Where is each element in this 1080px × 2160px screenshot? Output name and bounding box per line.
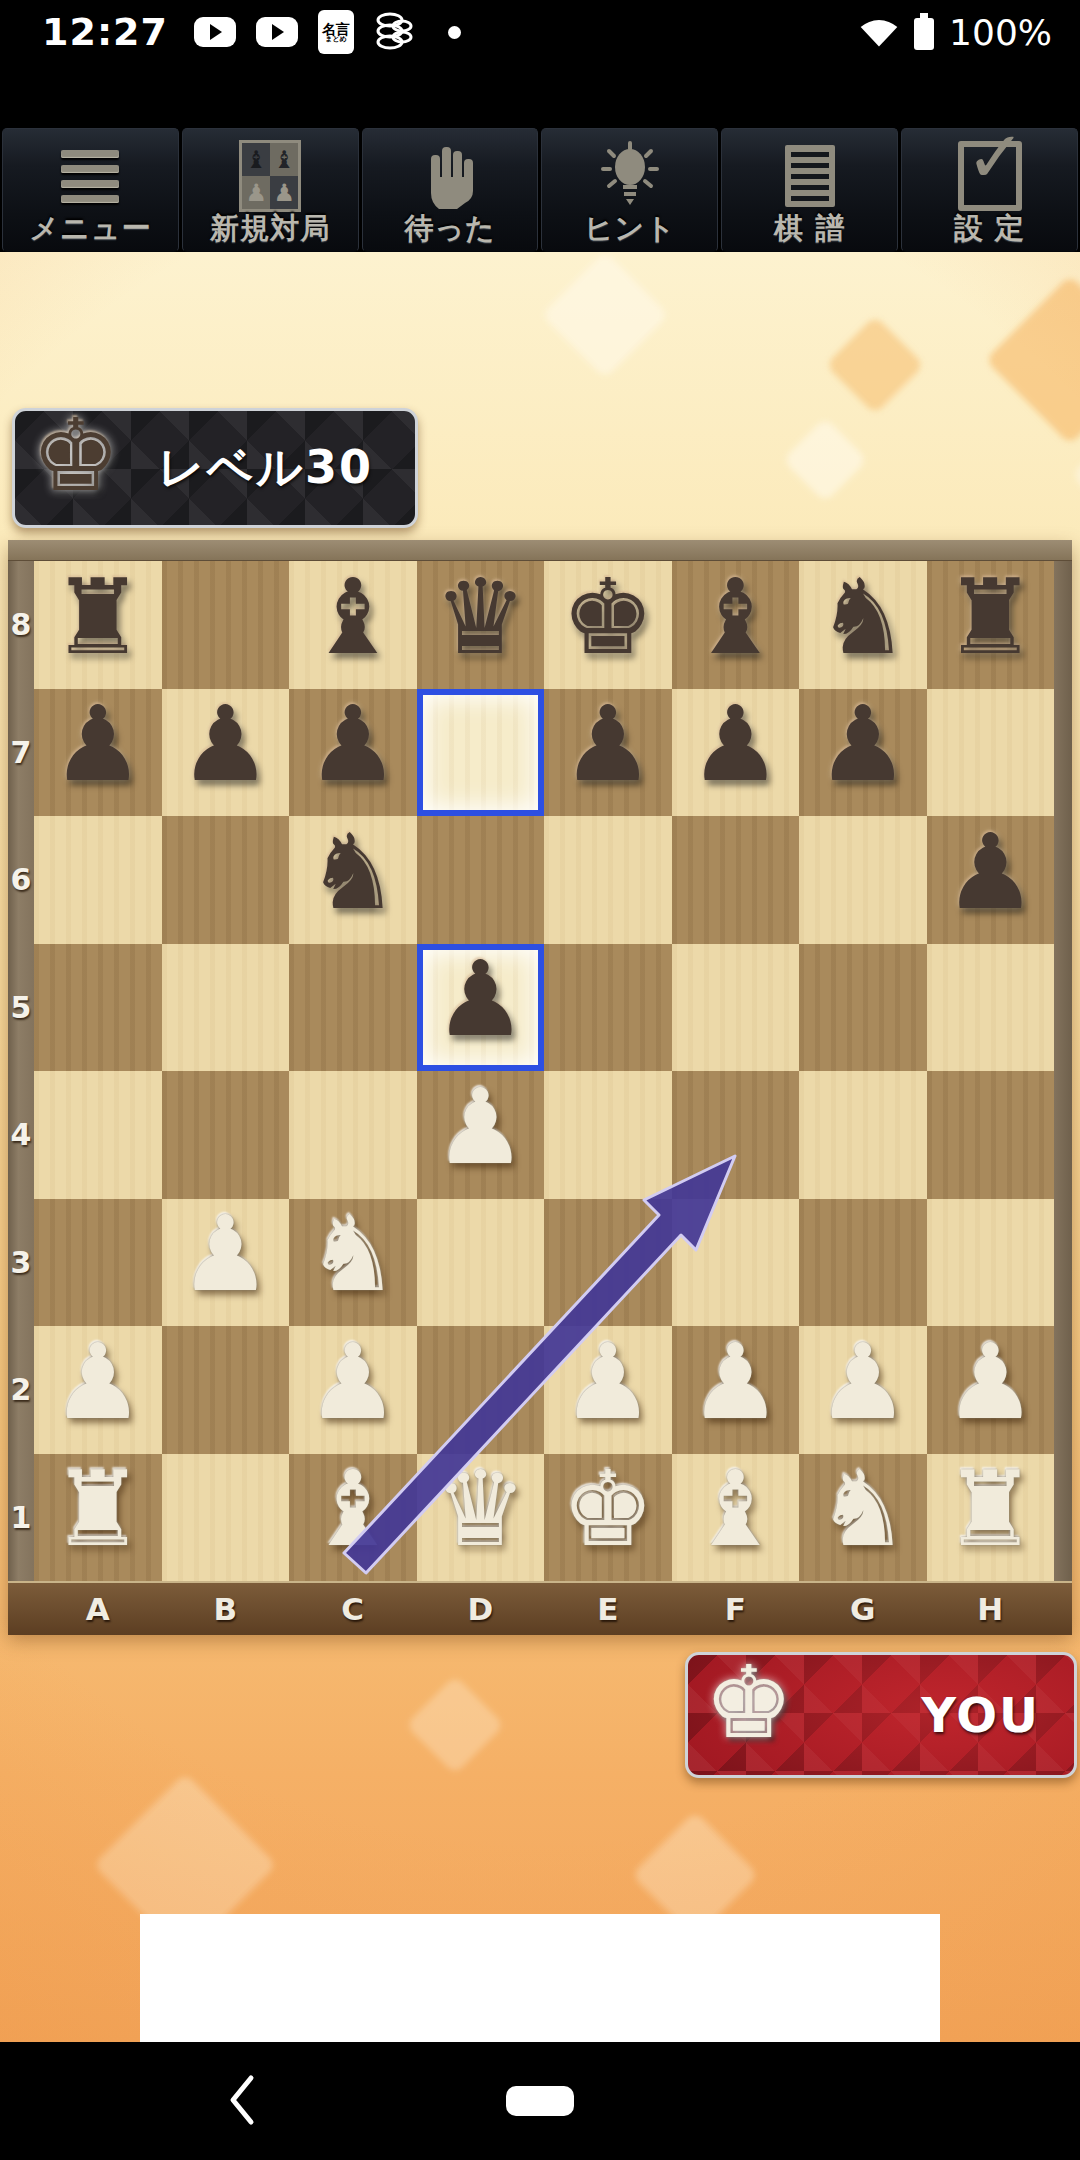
square-f5[interactable] — [672, 944, 800, 1072]
square-a7[interactable]: ♟ — [34, 689, 162, 817]
piece-black-pawn[interactable]: ♟ — [179, 692, 272, 796]
square-c4[interactable] — [289, 1071, 417, 1199]
piece-white-pawn[interactable]: ♟ — [434, 1075, 527, 1179]
square-d4[interactable]: ♟ — [417, 1071, 545, 1199]
piece-black-knight[interactable]: ♞ — [816, 565, 909, 669]
battery-percent: 100% — [949, 12, 1052, 53]
square-h8[interactable]: ♜ — [927, 561, 1055, 689]
square-f6[interactable] — [672, 816, 800, 944]
white-king-icon: ♚ — [704, 1653, 794, 1753]
youtube-icon — [194, 17, 236, 47]
square-b5[interactable] — [162, 944, 290, 1072]
square-b8[interactable] — [162, 561, 290, 689]
square-f7[interactable]: ♟ — [672, 689, 800, 817]
square-a5[interactable] — [34, 944, 162, 1072]
square-d1[interactable]: ♛ — [417, 1454, 545, 1582]
file-labels: ABCDEFGH — [34, 1583, 1054, 1635]
meigen-label: 名言 — [322, 22, 350, 36]
toolbar: メニュー ♝ ♝ ♟ ♟ 新規対局 — [0, 128, 1080, 252]
checkbox-icon: ✓ — [958, 139, 1022, 213]
square-f8[interactable]: ♝ — [672, 561, 800, 689]
home-pill[interactable] — [506, 2086, 574, 2116]
board-grid: ♜♝♛♚♝♞♜♟♟♟♟♟♟♞♟♟♟♟♞♟♟♟♟♟♟♜♝♛♚♝♞♜ — [34, 561, 1054, 1581]
square-e2[interactable]: ♟ — [544, 1326, 672, 1454]
piece-black-queen[interactable]: ♛ — [434, 565, 527, 669]
square-c7[interactable]: ♟ — [289, 689, 417, 817]
new-game-button-label: 新規対局 — [210, 213, 330, 245]
hint-button[interactable]: ヒント — [541, 128, 718, 252]
rank-label-6: 6 — [8, 816, 34, 944]
rank-label-5: 5 — [8, 944, 34, 1072]
square-d5[interactable]: ♟ — [417, 944, 545, 1072]
square-c5[interactable] — [289, 944, 417, 1072]
piece-black-king[interactable]: ♚ — [561, 565, 654, 669]
square-c3[interactable]: ♞ — [289, 1199, 417, 1327]
square-e8[interactable]: ♚ — [544, 561, 672, 689]
back-button[interactable] — [222, 2068, 262, 2132]
piece-black-knight[interactable]: ♞ — [306, 820, 399, 924]
menu-button-label: メニュー — [29, 213, 151, 245]
square-g8[interactable]: ♞ — [799, 561, 927, 689]
wifi-icon — [859, 16, 899, 48]
piece-white-knight[interactable]: ♞ — [816, 1457, 909, 1561]
square-a1[interactable]: ♜ — [34, 1454, 162, 1582]
piece-black-pawn[interactable]: ♟ — [561, 692, 654, 796]
hamburger-icon — [61, 139, 119, 213]
status-bar: 12:27 名言 まとめ — [0, 0, 1080, 64]
piece-white-king[interactable]: ♚ — [561, 1457, 654, 1561]
piece-white-knight[interactable]: ♞ — [306, 1202, 399, 1306]
file-label-h: H — [927, 1583, 1055, 1635]
hint-button-label: ヒント — [584, 213, 676, 245]
meigen-sub-label: まとめ — [325, 36, 347, 43]
square-h3[interactable] — [927, 1199, 1055, 1327]
board-frame-top — [8, 540, 1072, 561]
new-game-button[interactable]: ♝ ♝ ♟ ♟ 新規対局 — [182, 128, 359, 252]
square-h1[interactable]: ♜ — [927, 1454, 1055, 1582]
file-label-c: C — [289, 1583, 417, 1635]
square-f2[interactable]: ♟ — [672, 1326, 800, 1454]
square-a6[interactable] — [34, 816, 162, 944]
square-e4[interactable] — [544, 1071, 672, 1199]
square-g4[interactable] — [799, 1071, 927, 1199]
youtube-icon — [256, 17, 298, 47]
square-b1[interactable] — [162, 1454, 290, 1582]
opponent-badge: ♚ レベル30 — [12, 408, 418, 528]
square-f4[interactable] — [672, 1071, 800, 1199]
square-a8[interactable]: ♜ — [34, 561, 162, 689]
square-d7[interactable] — [417, 689, 545, 817]
status-right: 100% — [859, 12, 1052, 53]
rank-label-2: 2 — [8, 1326, 34, 1454]
square-b4[interactable] — [162, 1071, 290, 1199]
piece-white-queen[interactable]: ♛ — [434, 1457, 527, 1561]
file-label-a: A — [34, 1583, 162, 1635]
square-g7[interactable]: ♟ — [799, 689, 927, 817]
rank-label-3: 3 — [8, 1199, 34, 1327]
piece-white-pawn[interactable]: ♟ — [179, 1202, 272, 1306]
square-d6[interactable] — [417, 816, 545, 944]
piece-black-bishop[interactable]: ♝ — [306, 565, 399, 669]
chess-board: 87654321 ♜♝♛♚♝♞♜♟♟♟♟♟♟♞♟♟♟♟♞♟♟♟♟♟♟♜♝♛♚♝♞… — [8, 540, 1072, 1632]
notification-icons: 名言 まとめ — [194, 10, 461, 54]
battery-icon — [913, 13, 935, 51]
document-icon — [785, 139, 835, 213]
square-b3[interactable]: ♟ — [162, 1199, 290, 1327]
square-g3[interactable] — [799, 1199, 927, 1327]
square-e1[interactable]: ♚ — [544, 1454, 672, 1582]
piece-black-rook[interactable]: ♜ — [51, 565, 144, 669]
square-d2[interactable] — [417, 1326, 545, 1454]
opponent-level-label: レベル30 — [158, 437, 373, 499]
file-label-e: E — [544, 1583, 672, 1635]
piece-white-bishop[interactable]: ♝ — [689, 1457, 782, 1561]
file-label-b: B — [162, 1583, 290, 1635]
piece-white-pawn[interactable]: ♟ — [944, 1330, 1037, 1434]
piece-white-pawn[interactable]: ♟ — [51, 1330, 144, 1434]
settings-button-label: 設 定 — [954, 213, 1025, 245]
square-h2[interactable]: ♟ — [927, 1326, 1055, 1454]
black-king-icon: ♚ — [31, 406, 121, 506]
piece-white-bishop[interactable]: ♝ — [306, 1457, 399, 1561]
square-c6[interactable]: ♞ — [289, 816, 417, 944]
square-f3[interactable] — [672, 1199, 800, 1327]
chess-app-screen: 12:27 名言 まとめ — [0, 0, 1080, 2160]
piece-black-pawn[interactable]: ♟ — [434, 947, 527, 1051]
square-e7[interactable]: ♟ — [544, 689, 672, 817]
square-c8[interactable]: ♝ — [289, 561, 417, 689]
square-g2[interactable]: ♟ — [799, 1326, 927, 1454]
square-a2[interactable]: ♟ — [34, 1326, 162, 1454]
square-b7[interactable]: ♟ — [162, 689, 290, 817]
settings-button[interactable]: ✓ 設 定 — [901, 128, 1078, 252]
piece-black-bishop[interactable]: ♝ — [689, 565, 782, 669]
piece-black-pawn[interactable]: ♟ — [51, 692, 144, 796]
square-e6[interactable] — [544, 816, 672, 944]
square-g1[interactable]: ♞ — [799, 1454, 927, 1582]
hand-icon — [421, 139, 479, 213]
record-button[interactable]: 棋 譜 — [721, 128, 898, 252]
square-h7[interactable] — [927, 689, 1055, 817]
rank-label-8: 8 — [8, 561, 34, 689]
clock: 12:27 — [42, 10, 168, 54]
navigation-bar — [0, 2042, 1080, 2160]
square-d8[interactable]: ♛ — [417, 561, 545, 689]
square-g6[interactable] — [799, 816, 927, 944]
player-badge: ♚ YOU — [685, 1652, 1077, 1778]
square-e3[interactable] — [544, 1199, 672, 1327]
piece-white-pawn[interactable]: ♟ — [689, 1330, 782, 1434]
player-label: YOU — [921, 1687, 1040, 1743]
square-a4[interactable] — [34, 1071, 162, 1199]
file-label-d: D — [417, 1583, 545, 1635]
square-g5[interactable] — [799, 944, 927, 1072]
piece-white-pawn[interactable]: ♟ — [561, 1330, 654, 1434]
header: 12:27 名言 まとめ — [0, 0, 1080, 252]
ad-placeholder — [140, 1914, 940, 2042]
piece-white-rook[interactable]: ♜ — [51, 1457, 144, 1561]
square-b2[interactable] — [162, 1326, 290, 1454]
square-e5[interactable] — [544, 944, 672, 1072]
square-f1[interactable]: ♝ — [672, 1454, 800, 1582]
menu-button[interactable]: メニュー — [2, 128, 179, 252]
meigen-app-icon: 名言 まとめ — [318, 10, 354, 54]
square-h5[interactable] — [927, 944, 1055, 1072]
piece-white-rook[interactable]: ♜ — [944, 1457, 1037, 1561]
square-h4[interactable] — [927, 1071, 1055, 1199]
piece-white-pawn[interactable]: ♟ — [816, 1330, 909, 1434]
piece-black-pawn[interactable]: ♟ — [944, 820, 1037, 924]
piece-white-pawn[interactable]: ♟ — [306, 1330, 399, 1434]
lightbulb-icon — [597, 139, 663, 213]
square-d3[interactable] — [417, 1199, 545, 1327]
rank-label-1: 1 — [8, 1454, 34, 1582]
undo-button[interactable]: 待った — [362, 128, 539, 252]
file-label-g: G — [799, 1583, 927, 1635]
square-c1[interactable]: ♝ — [289, 1454, 417, 1582]
piece-black-pawn[interactable]: ♟ — [306, 692, 399, 796]
record-button-label: 棋 譜 — [774, 213, 845, 245]
square-a3[interactable] — [34, 1199, 162, 1327]
rank-label-7: 7 — [8, 689, 34, 817]
board-frame-bottom: ABCDEFGH — [8, 1581, 1072, 1635]
notification-dot — [448, 26, 461, 39]
undo-button-label: 待った — [404, 213, 495, 245]
chessboard-icon: ♝ ♝ ♟ ♟ — [239, 139, 301, 213]
piece-black-pawn[interactable]: ♟ — [689, 692, 782, 796]
file-label-f: F — [672, 1583, 800, 1635]
piece-black-pawn[interactable]: ♟ — [816, 692, 909, 796]
square-c2[interactable]: ♟ — [289, 1326, 417, 1454]
coins-icon — [374, 10, 414, 54]
board-frame-right — [1054, 561, 1072, 1581]
rank-labels: 87654321 — [8, 561, 34, 1581]
square-b6[interactable] — [162, 816, 290, 944]
piece-black-rook[interactable]: ♜ — [944, 565, 1037, 669]
square-h6[interactable]: ♟ — [927, 816, 1055, 944]
rank-label-4: 4 — [8, 1071, 34, 1199]
